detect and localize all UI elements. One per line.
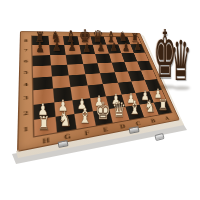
product-photo: HGFEDCBA 87654321 ♜♞♝♚♛♝♞♜♟♟♟♟♟♟♟♟♟♟♟♟♟♟…	[0, 0, 200, 200]
spare-pieces: ♚♛	[0, 0, 200, 200]
spare-piece-black-queen: ♛	[171, 33, 192, 88]
